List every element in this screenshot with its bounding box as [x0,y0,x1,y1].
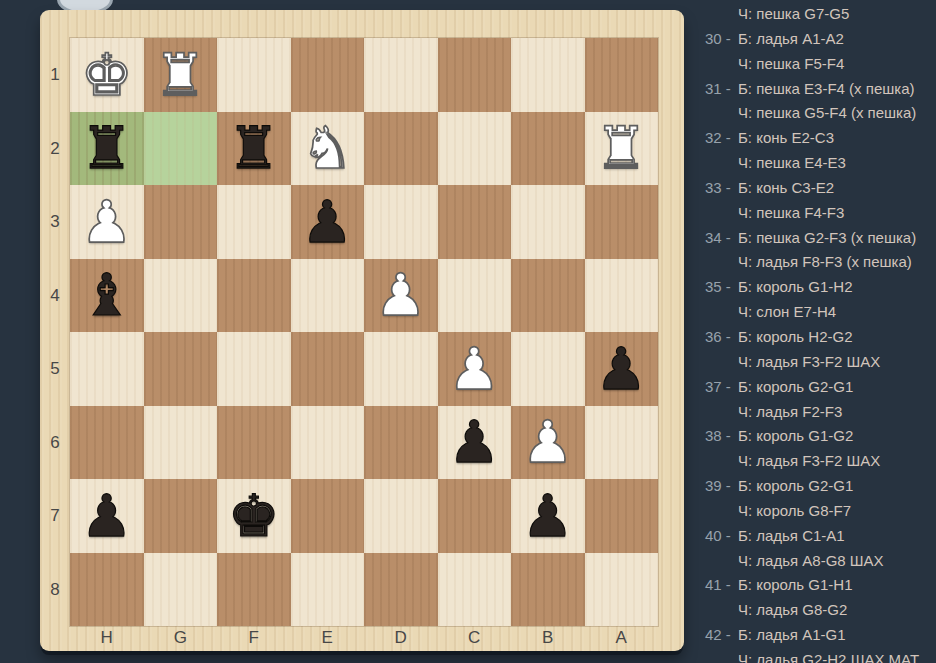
move-text: Ч: король G8-F7 [738,502,851,519]
move-text: Ч: ладья G8-G2 [738,601,847,618]
square-c1[interactable] [438,38,512,112]
square-d7[interactable] [364,479,438,553]
move-line-15: 37 - Б: король G2-G1 [690,375,934,400]
move-line-10: Ч: ладья F8-F3 (х пешка) [690,250,934,275]
file-label-b: B [511,626,585,651]
move-text: Ч: слон E7-H4 [738,303,836,320]
move-text: Б: король G1-G2 [738,427,853,444]
move-text: Б: король G2-G1 [738,477,853,494]
move-line-0: Ч: пешка G7-G5 [690,2,934,27]
square-b4[interactable] [511,259,585,333]
square-h2[interactable]: ♜ [70,112,144,186]
square-h7[interactable]: ♟ [70,479,144,553]
move-number: 38 - [705,424,738,449]
square-g3[interactable] [144,185,218,259]
white-pawn[interactable]: ♟ [438,332,512,406]
square-c2[interactable] [438,112,512,186]
square-c4[interactable] [438,259,512,333]
move-text: Ч: пешка G7-G5 [738,5,849,22]
move-line-6: Ч: пешка E4-E3 [690,151,934,176]
square-e2[interactable]: ♞ [291,112,365,186]
square-g8[interactable] [144,553,218,627]
square-b1[interactable] [511,38,585,112]
rank-label-4: 4 [40,259,70,333]
move-line-26: Ч: ладья G2-H2 ШАХ МАТ [690,648,934,663]
move-text: Б: король G1-H1 [738,576,853,593]
square-f1[interactable] [217,38,291,112]
move-line-1: 30 - Б: ладья A1-A2 [690,27,934,52]
square-g7[interactable] [144,479,218,553]
move-text: Б: король G1-H2 [738,278,853,295]
move-line-16: Ч: ладья F2-F3 [690,400,934,425]
rank-label-6: 6 [40,406,70,480]
black-pawn[interactable]: ♟ [291,185,365,259]
move-text: Ч: ладья A8-G8 ШАХ [738,552,884,569]
square-d6[interactable] [364,406,438,480]
move-text: Ч: пешка E4-E3 [738,154,846,171]
square-a3[interactable] [585,185,659,259]
move-line-23: 41 - Б: король G1-H1 [690,573,934,598]
black-pawn[interactable]: ♟ [438,406,512,480]
move-line-18: Ч: ладья F3-F2 ШАХ [690,449,934,474]
move-line-8: Ч: пешка F4-F3 [690,201,934,226]
square-f6[interactable] [217,406,291,480]
move-number: 39 - [705,474,738,499]
square-d5[interactable] [364,332,438,406]
move-text: Б: ладья A1-G1 [738,626,845,643]
square-h3[interactable]: ♟ [70,185,144,259]
move-text: Б: король G2-G1 [738,378,853,395]
square-g1[interactable]: ♜ [144,38,218,112]
square-b8[interactable] [511,553,585,627]
move-number: 37 - [705,375,738,400]
move-text: Б: король H2-G2 [738,328,853,345]
square-h8[interactable] [70,553,144,627]
black-bishop[interactable]: ♝ [70,259,144,333]
square-c8[interactable] [438,553,512,627]
square-e3[interactable]: ♟ [291,185,365,259]
file-label-e: E [291,626,365,651]
square-h6[interactable] [70,406,144,480]
move-text: Б: конь E2-C3 [738,129,834,146]
square-h1[interactable]: ♚ [70,38,144,112]
square-d8[interactable] [364,553,438,627]
move-line-3: 31 - Б: пешка E3-F4 (х пешка) [690,77,934,102]
file-label-a: A [585,626,659,651]
file-label-g: G [144,626,218,651]
square-c7[interactable] [438,479,512,553]
move-line-9: 34 - Б: пешка G2-F3 (х пешка) [690,226,934,251]
black-rook[interactable]: ♜ [70,112,144,186]
move-line-25: 42 - Б: ладья A1-G1 [690,623,934,648]
move-number: 36 - [705,325,738,350]
square-e7[interactable] [291,479,365,553]
move-line-13: 36 - Б: король H2-G2 [690,325,934,350]
rank-label-5: 5 [40,332,70,406]
square-f2[interactable]: ♜ [217,112,291,186]
board-squares: ♚♜♜♜♞♜♟♟♝♟♟♟♟♟♟♚♟ [70,38,658,626]
move-line-20: Ч: король G8-F7 [690,499,934,524]
square-a6[interactable] [585,406,659,480]
move-text: Б: пешка E3-F4 (х пешка) [738,80,914,97]
move-line-17: 38 - Б: король G1-G2 [690,424,934,449]
black-pawn[interactable]: ♟ [511,479,585,553]
move-line-24: Ч: ладья G8-G2 [690,598,934,623]
square-d3[interactable] [364,185,438,259]
black-rook[interactable]: ♜ [217,112,291,186]
move-list: Ч: пешка G7-G530 - Б: ладья A1-A2Ч: пешк… [690,2,934,663]
file-label-d: D [364,626,438,651]
square-b6[interactable]: ♟ [511,406,585,480]
square-c3[interactable] [438,185,512,259]
move-number: 30 - [705,27,738,52]
file-label-f: F [217,626,291,651]
square-e1[interactable] [291,38,365,112]
white-pawn[interactable]: ♟ [511,406,585,480]
rank-label-3: 3 [40,185,70,259]
move-text: Ч: ладья F3-F2 ШАХ [738,353,880,370]
move-text: Б: пешка G2-F3 (х пешка) [738,229,916,246]
move-line-22: Ч: ладья A8-G8 ШАХ [690,549,934,574]
square-h5[interactable] [70,332,144,406]
square-f8[interactable] [217,553,291,627]
square-a2[interactable]: ♜ [585,112,659,186]
move-line-4: Ч: пешка G5-F4 (х пешка) [690,101,934,126]
square-g2[interactable] [144,112,218,186]
black-pawn[interactable]: ♟ [585,332,659,406]
file-label-c: C [438,626,512,651]
square-f3[interactable] [217,185,291,259]
square-a7[interactable] [585,479,659,553]
move-line-2: Ч: пешка F5-F4 [690,52,934,77]
square-c5[interactable]: ♟ [438,332,512,406]
move-line-19: 39 - Б: король G2-G1 [690,474,934,499]
move-text: Б: ладья A1-A2 [738,30,844,47]
move-text: Ч: пешка F5-F4 [738,55,844,72]
move-line-21: 40 - Б: ладья C1-A1 [690,524,934,549]
square-a4[interactable] [585,259,659,333]
square-b5[interactable] [511,332,585,406]
rank-label-2: 2 [40,112,70,186]
move-text: Ч: ладья F8-F3 (х пешка) [738,253,912,270]
move-text: Ч: ладья F3-F2 ШАХ [738,452,880,469]
square-g6[interactable] [144,406,218,480]
square-f7[interactable]: ♚ [217,479,291,553]
move-line-7: 33 - Б: конь C3-E2 [690,176,934,201]
move-number: 41 - [705,573,738,598]
square-e4[interactable] [291,259,365,333]
square-f5[interactable] [217,332,291,406]
move-line-14: Ч: ладья F3-F2 ШАХ [690,350,934,375]
white-rook[interactable]: ♜ [144,38,218,112]
square-d2[interactable] [364,112,438,186]
white-knight[interactable]: ♞ [291,112,365,186]
square-e5[interactable] [291,332,365,406]
square-f4[interactable] [217,259,291,333]
rank-label-8: 8 [40,553,70,627]
move-line-11: 35 - Б: король G1-H2 [690,275,934,300]
square-e8[interactable] [291,553,365,627]
square-a8[interactable] [585,553,659,627]
white-pawn[interactable]: ♟ [364,259,438,333]
move-text: Б: конь C3-E2 [738,179,834,196]
move-number: 31 - [705,77,738,102]
move-number: 35 - [705,275,738,300]
file-label-h: H [70,626,144,651]
square-a1[interactable] [585,38,659,112]
move-number: 34 - [705,226,738,251]
move-text: Ч: ладья G2-H2 ШАХ МАТ [738,651,919,663]
rank-label-1: 1 [40,38,70,112]
square-h4[interactable]: ♝ [70,259,144,333]
square-d4[interactable]: ♟ [364,259,438,333]
move-number: 42 - [705,623,738,648]
square-b2[interactable] [511,112,585,186]
square-b7[interactable]: ♟ [511,479,585,553]
move-number: 40 - [705,524,738,549]
chess-board: ♚♜♜♜♞♜♟♟♝♟♟♟♟♟♟♚♟ 12345678 HGFEDCBA [40,10,684,651]
move-line-12: Ч: слон E7-H4 [690,300,934,325]
rank-label-7: 7 [40,479,70,553]
move-text: Ч: пешка G5-F4 (х пешка) [738,104,916,121]
square-a5[interactable]: ♟ [585,332,659,406]
move-number: 33 - [705,176,738,201]
white-king[interactable]: ♚ [70,38,144,112]
square-d1[interactable] [364,38,438,112]
black-king[interactable]: ♚ [217,479,291,553]
black-pawn[interactable]: ♟ [70,479,144,553]
square-e6[interactable] [291,406,365,480]
move-text: Ч: ладья F2-F3 [738,403,842,420]
move-number: 32 - [705,126,738,151]
move-line-5: 32 - Б: конь E2-C3 [690,126,934,151]
move-text: Б: ладья C1-A1 [738,527,845,544]
square-c6[interactable]: ♟ [438,406,512,480]
white-pawn[interactable]: ♟ [70,185,144,259]
square-b3[interactable] [511,185,585,259]
white-rook[interactable]: ♜ [585,112,659,186]
square-g5[interactable] [144,332,218,406]
square-g4[interactable] [144,259,218,333]
move-text: Ч: пешка F4-F3 [738,204,844,221]
